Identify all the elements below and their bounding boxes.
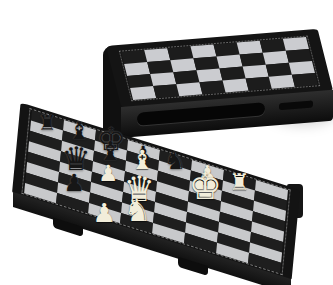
chess-set-product-photo: ♜♝♚♟♞♟♜♝♝♚♛♟♛♟♞♟ [0, 0, 333, 285]
board-square [269, 75, 295, 89]
board-square [292, 73, 318, 87]
board-square [246, 77, 272, 91]
board-foot [53, 218, 83, 237]
board-square [223, 79, 249, 93]
case-latch [279, 100, 313, 110]
board-foot [178, 257, 208, 276]
case-checkerboard [121, 37, 318, 100]
board-square [176, 82, 202, 96]
board-square [130, 86, 156, 100]
board-square [153, 84, 179, 98]
board-square [199, 80, 225, 94]
case-handle-groove [137, 102, 265, 125]
